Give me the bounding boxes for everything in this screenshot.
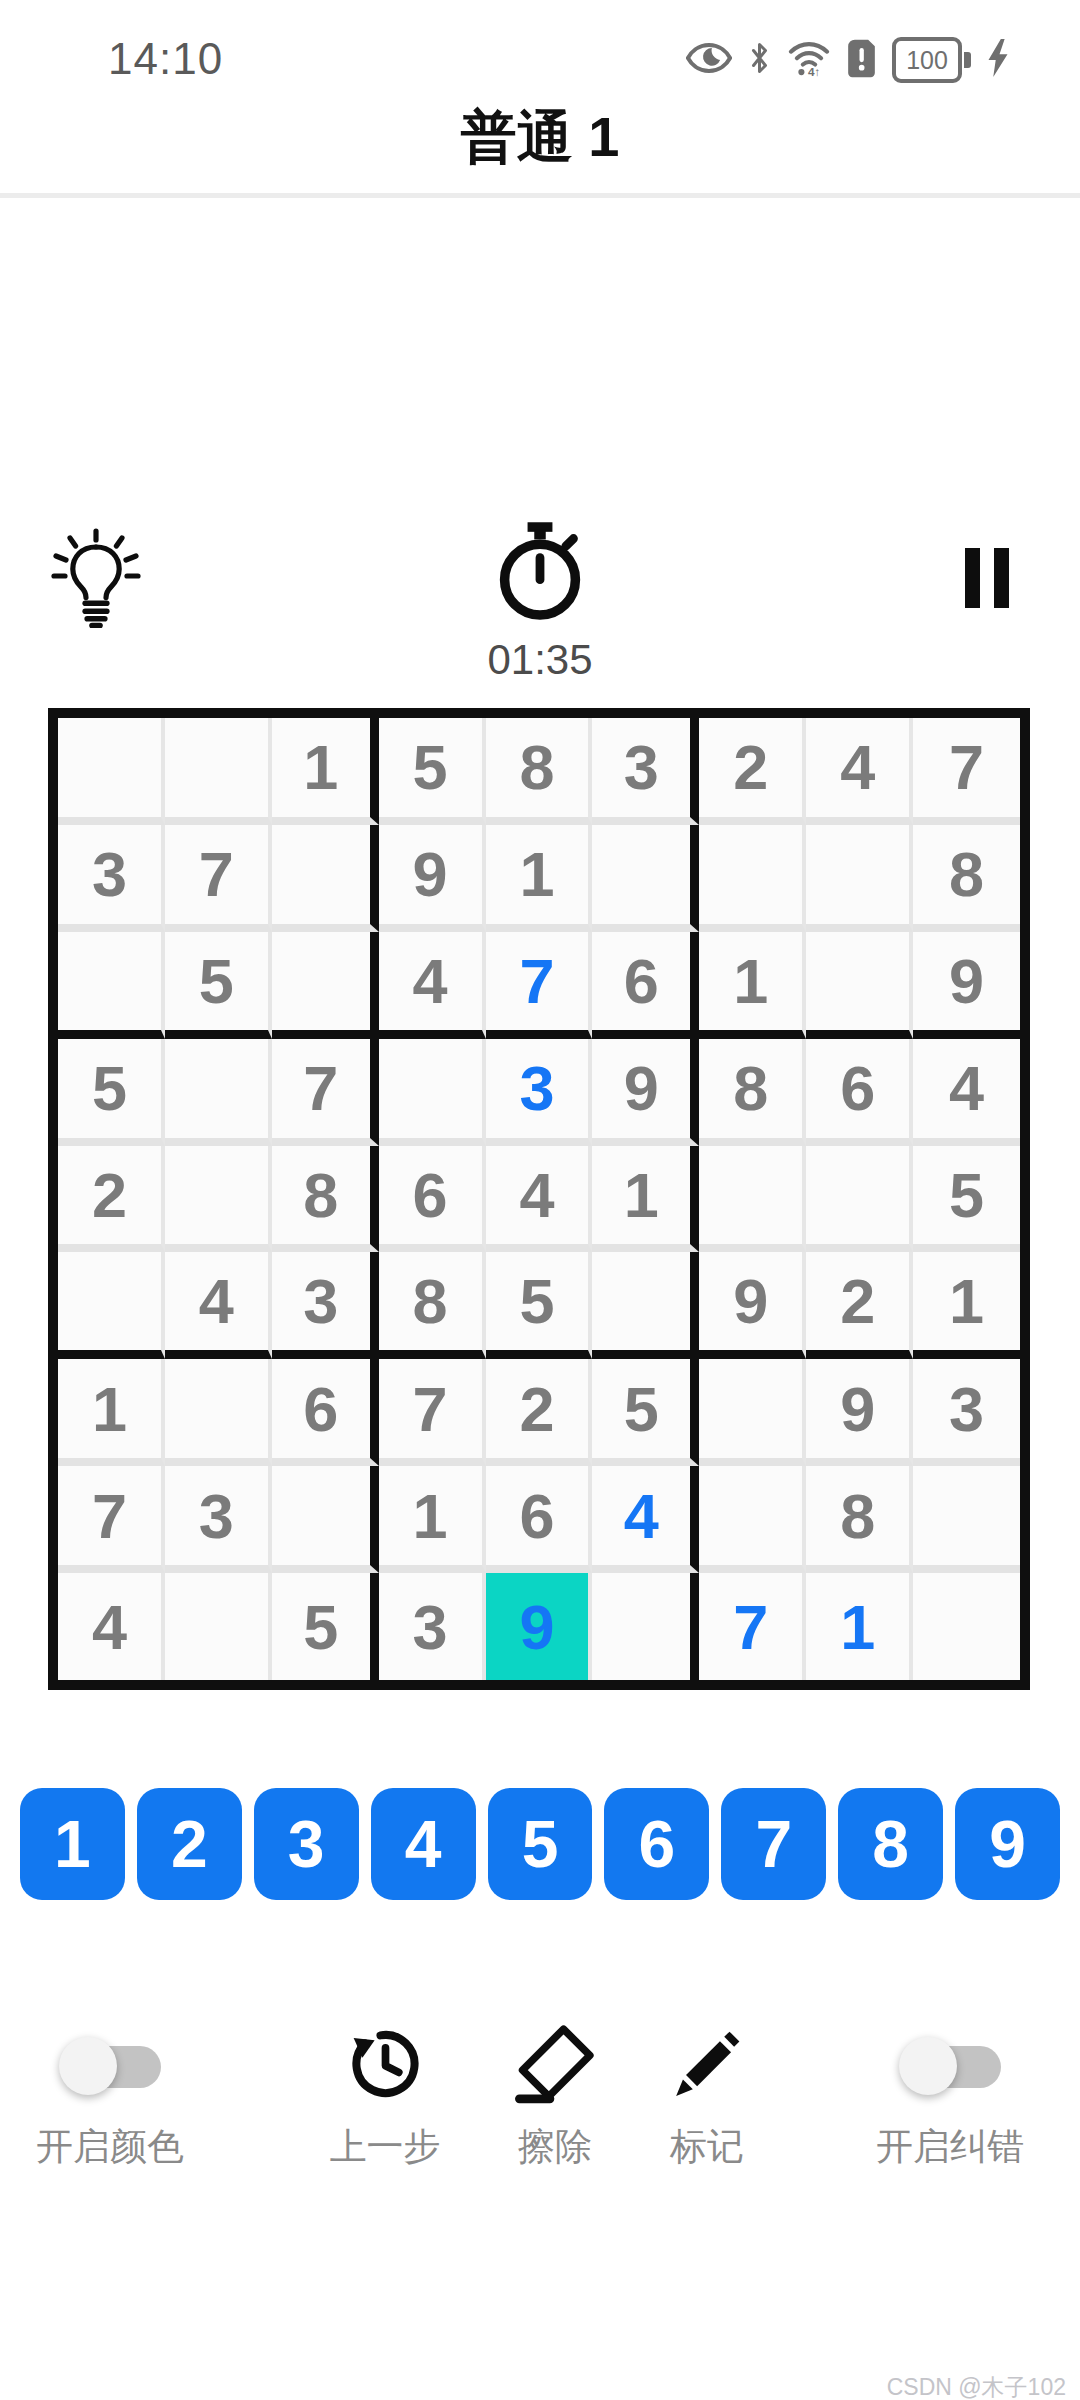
wifi-icon: 4↑ [787, 39, 831, 81]
sudoku-cell-r7c3[interactable]: 6 [272, 1359, 379, 1466]
sudoku-cell-r1c5[interactable]: 8 [486, 718, 593, 825]
page-title: 普通 1 [0, 100, 1080, 176]
sudoku-cell-r4c7[interactable]: 8 [699, 1039, 806, 1146]
sudoku-cell-r1c3[interactable]: 1 [272, 718, 379, 825]
sudoku-cell-r9c5[interactable]: 9 [486, 1573, 593, 1680]
sudoku-cell-r2c7[interactable] [699, 825, 806, 932]
sudoku-cell-r7c4[interactable]: 7 [379, 1359, 486, 1466]
sudoku-cell-r3c9[interactable]: 9 [913, 932, 1020, 1039]
sudoku-cell-r9c6[interactable] [592, 1573, 699, 1680]
sudoku-cell-r2c8[interactable] [806, 825, 913, 932]
sudoku-cell-r4c1[interactable]: 5 [58, 1039, 165, 1146]
sudoku-cell-r8c9[interactable] [913, 1466, 1020, 1573]
color-toggle-item: 开启颜色 [36, 2018, 184, 2172]
toggle-thumb [59, 2037, 117, 2095]
pause-button[interactable] [965, 548, 1009, 608]
sudoku-cell-r7c5[interactable]: 2 [486, 1359, 593, 1466]
sudoku-cell-r9c1[interactable]: 4 [58, 1573, 165, 1680]
sim-alert-icon [846, 38, 877, 82]
sudoku-cell-r9c7[interactable]: 7 [699, 1573, 806, 1680]
eraser-icon [514, 2022, 596, 2110]
erase-label: 擦除 [518, 2122, 592, 2172]
sudoku-cell-r2c3[interactable] [272, 825, 379, 932]
sudoku-cell-r4c4[interactable] [379, 1039, 486, 1146]
numpad-button-6[interactable]: 6 [604, 1788, 709, 1900]
sudoku-cell-r9c9[interactable] [913, 1573, 1020, 1680]
sudoku-cell-r6c9[interactable]: 1 [913, 1252, 1020, 1359]
bluetooth-icon [747, 40, 772, 80]
sudoku-cell-r7c2[interactable] [165, 1359, 272, 1466]
numpad-button-5[interactable]: 5 [488, 1788, 593, 1900]
numpad-button-2[interactable]: 2 [137, 1788, 242, 1900]
mark-label: 标记 [670, 2122, 744, 2172]
sudoku-cell-r3c3[interactable] [272, 932, 379, 1039]
sudoku-cell-r7c1[interactable]: 1 [58, 1359, 165, 1466]
sudoku-cell-r4c9[interactable]: 4 [913, 1039, 1020, 1146]
sudoku-cell-r5c3[interactable]: 8 [272, 1146, 379, 1253]
sudoku-cell-r4c2[interactable] [165, 1039, 272, 1146]
numpad-button-4[interactable]: 4 [371, 1788, 476, 1900]
sudoku-cell-r6c2[interactable]: 4 [165, 1252, 272, 1359]
color-toggle-switch[interactable] [59, 2036, 161, 2096]
numpad: 123456789 [20, 1788, 1060, 1900]
sudoku-cell-r8c1[interactable]: 7 [58, 1466, 165, 1573]
clock-time: 14:10 [108, 34, 223, 84]
error-check-toggle-item: 开启纠错 [876, 2018, 1024, 2172]
mark-button[interactable]: 标记 [670, 2018, 744, 2172]
sudoku-cell-r1c8[interactable]: 4 [806, 718, 913, 825]
sudoku-board: 1583247379185476195739864286415438592116… [48, 708, 1030, 1690]
undo-button[interactable]: 上一步 [330, 2018, 441, 2172]
sudoku-cell-r2c9[interactable]: 8 [913, 825, 1020, 932]
sudoku-cell-r6c7[interactable]: 9 [699, 1252, 806, 1359]
sudoku-cell-r5c5[interactable]: 4 [486, 1146, 593, 1253]
sudoku-cell-r3c6[interactable]: 6 [592, 932, 699, 1039]
error-check-toggle-switch[interactable] [899, 2036, 1001, 2096]
sudoku-cell-r9c2[interactable] [165, 1573, 272, 1680]
pencil-icon [670, 2024, 744, 2108]
battery-icon: 100 [892, 37, 971, 83]
sudoku-cell-r6c3[interactable]: 3 [272, 1252, 379, 1359]
sudoku-cell-r4c8[interactable]: 6 [806, 1039, 913, 1146]
numpad-button-3[interactable]: 3 [254, 1788, 359, 1900]
numpad-button-8[interactable]: 8 [838, 1788, 943, 1900]
sudoku-cell-r2c2[interactable]: 7 [165, 825, 272, 932]
sudoku-cell-r1c7[interactable]: 2 [699, 718, 806, 825]
sudoku-cell-r8c2[interactable]: 3 [165, 1466, 272, 1573]
color-toggle-label: 开启颜色 [36, 2122, 184, 2172]
sudoku-cell-r4c6[interactable]: 9 [592, 1039, 699, 1146]
pause-bar [994, 548, 1009, 608]
sudoku-cell-r8c5[interactable]: 6 [486, 1466, 593, 1573]
header-divider [0, 193, 1080, 198]
numpad-button-9[interactable]: 9 [955, 1788, 1060, 1900]
sudoku-cell-r7c6[interactable]: 5 [592, 1359, 699, 1466]
sudoku-cell-r6c1[interactable] [58, 1252, 165, 1359]
sudoku-cell-r3c2[interactable]: 5 [165, 932, 272, 1039]
sudoku-cell-r2c6[interactable] [592, 825, 699, 932]
eye-icon [686, 42, 732, 78]
svg-text:4↑: 4↑ [808, 65, 820, 77]
timer-display: 01:35 [0, 522, 1080, 684]
sudoku-cell-r8c4[interactable]: 1 [379, 1466, 486, 1573]
sudoku-cell-r5c4[interactable]: 6 [379, 1146, 486, 1253]
watermark: CSDN @木子102 [887, 2372, 1066, 2400]
sudoku-cell-r8c8[interactable]: 8 [806, 1466, 913, 1573]
sudoku-cell-r4c5[interactable]: 3 [486, 1039, 593, 1146]
sudoku-cell-r1c6[interactable]: 3 [592, 718, 699, 825]
sudoku-cell-r2c4[interactable]: 9 [379, 825, 486, 932]
sudoku-cell-r6c4[interactable]: 8 [379, 1252, 486, 1359]
sudoku-cell-r5c7[interactable] [699, 1146, 806, 1253]
sudoku-cell-r7c9[interactable]: 3 [913, 1359, 1020, 1466]
sudoku-cell-r8c6[interactable]: 4 [592, 1466, 699, 1573]
sudoku-cell-r3c1[interactable] [58, 932, 165, 1039]
sudoku-cell-r2c1[interactable]: 3 [58, 825, 165, 932]
sudoku-cell-r1c9[interactable]: 7 [913, 718, 1020, 825]
sudoku-cell-r6c5[interactable]: 5 [486, 1252, 593, 1359]
error-check-toggle-label: 开启纠错 [876, 2122, 1024, 2172]
undo-label: 上一步 [330, 2122, 441, 2172]
sudoku-cell-r2c5[interactable]: 1 [486, 825, 593, 932]
sudoku-cell-r3c5[interactable]: 7 [486, 932, 593, 1039]
sudoku-cell-r7c8[interactable]: 9 [806, 1359, 913, 1466]
stopwatch-icon [496, 522, 584, 626]
status-icons: 4↑ 100 [686, 38, 1010, 82]
sudoku-cell-r6c8[interactable]: 2 [806, 1252, 913, 1359]
sudoku-cell-r4c3[interactable]: 7 [272, 1039, 379, 1146]
sudoku-cell-r1c2[interactable] [165, 718, 272, 825]
undo-history-icon [343, 2022, 427, 2110]
sudoku-cell-r5c9[interactable]: 5 [913, 1146, 1020, 1253]
sudoku-cell-r3c4[interactable]: 4 [379, 932, 486, 1039]
sudoku-cell-r9c8[interactable]: 1 [806, 1573, 913, 1680]
sudoku-cell-r3c8[interactable] [806, 932, 913, 1039]
numpad-button-7[interactable]: 7 [721, 1788, 826, 1900]
sudoku-cell-r1c1[interactable] [58, 718, 165, 825]
sudoku-cell-r9c3[interactable]: 5 [272, 1573, 379, 1680]
sudoku-cell-r9c4[interactable]: 3 [379, 1573, 486, 1680]
sudoku-cell-r5c1[interactable]: 2 [58, 1146, 165, 1253]
sudoku-cell-r8c7[interactable] [699, 1466, 806, 1573]
toggle-thumb [899, 2037, 957, 2095]
timer-value: 01:35 [487, 636, 592, 684]
numpad-button-1[interactable]: 1 [20, 1788, 125, 1900]
sudoku-cell-r6c6[interactable] [592, 1252, 699, 1359]
sudoku-cell-r5c2[interactable] [165, 1146, 272, 1253]
sudoku-cell-r5c6[interactable]: 1 [592, 1146, 699, 1253]
sudoku-cell-r3c7[interactable]: 1 [699, 932, 806, 1039]
sudoku-cell-r1c4[interactable]: 5 [379, 718, 486, 825]
sudoku-cell-r7c7[interactable] [699, 1359, 806, 1466]
pause-bar [965, 548, 980, 608]
battery-nub [964, 52, 971, 68]
charging-bolt-icon [986, 39, 1010, 81]
sudoku-cell-r8c3[interactable] [272, 1466, 379, 1573]
erase-button[interactable]: 擦除 [514, 2018, 596, 2172]
sudoku-cell-r5c8[interactable] [806, 1146, 913, 1253]
battery-level: 100 [892, 37, 962, 83]
